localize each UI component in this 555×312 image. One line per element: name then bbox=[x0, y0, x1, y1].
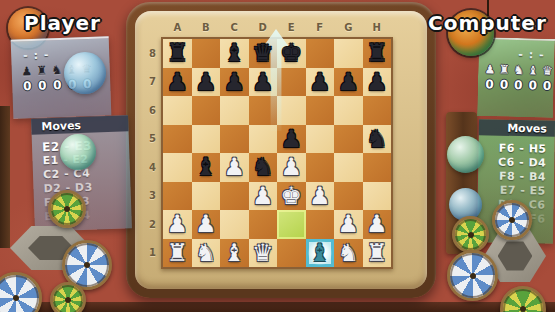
square-b5[interactable] bbox=[192, 125, 221, 154]
square-c8[interactable]: ♝ bbox=[220, 39, 249, 68]
square-f8[interactable] bbox=[306, 39, 335, 68]
square-a3[interactable] bbox=[163, 182, 192, 211]
captured-rook: ♜0 bbox=[35, 64, 50, 92]
rank-label-7: 7 bbox=[146, 68, 159, 97]
white-pawn-icon: ♟ bbox=[280, 155, 302, 179]
captured-knight: ♞0 bbox=[511, 64, 525, 92]
captured-count: 0 bbox=[53, 79, 62, 92]
rank-label-1: 1 bbox=[146, 239, 159, 268]
pinwheel-knob-decor bbox=[48, 190, 86, 228]
square-h6[interactable] bbox=[363, 96, 392, 125]
black-pawn-icon: ♟ bbox=[166, 70, 188, 94]
computer-stats-panel: - : - ♟0♜0♞0♝0♛0 bbox=[477, 37, 555, 118]
square-d8[interactable]: ♛ bbox=[249, 39, 278, 68]
pawn-icon: ♟ bbox=[21, 65, 32, 78]
glass-ball-decor bbox=[60, 134, 96, 170]
black-rook-icon: ♜ bbox=[166, 41, 188, 65]
square-c1[interactable]: ♝ bbox=[220, 239, 249, 268]
bishop-icon: ♝ bbox=[528, 64, 539, 77]
square-b6[interactable] bbox=[192, 96, 221, 125]
black-pawn-icon: ♟ bbox=[309, 70, 331, 94]
square-d1[interactable]: ♛ bbox=[249, 239, 278, 268]
rank-labels: 87654321 bbox=[146, 39, 159, 267]
white-pawn-icon: ♟ bbox=[252, 184, 274, 208]
pinwheel-knob-decor bbox=[50, 282, 86, 312]
rook-icon: ♜ bbox=[499, 64, 510, 77]
captured-count: 0 bbox=[38, 80, 47, 93]
square-e3[interactable]: ♚ bbox=[277, 182, 306, 211]
black-knight-icon: ♞ bbox=[366, 127, 388, 151]
square-d7[interactable]: ♟ bbox=[249, 68, 278, 97]
square-f6[interactable] bbox=[306, 96, 335, 125]
pinwheel-knob-decor bbox=[452, 216, 489, 253]
black-knight-icon: ♞ bbox=[252, 155, 274, 179]
square-e4[interactable]: ♟ bbox=[277, 153, 306, 182]
square-g1[interactable]: ♞ bbox=[334, 239, 363, 268]
square-c6[interactable] bbox=[220, 96, 249, 125]
captured-count: 0 bbox=[528, 79, 537, 92]
black-pawn-icon: ♟ bbox=[366, 70, 388, 94]
pinwheel-knob-decor bbox=[0, 272, 42, 312]
square-g4[interactable] bbox=[334, 153, 363, 182]
square-a5[interactable] bbox=[163, 125, 192, 154]
white-queen-icon: ♛ bbox=[252, 241, 274, 265]
square-d4[interactable]: ♞ bbox=[249, 153, 278, 182]
black-pawn-icon: ♟ bbox=[195, 70, 217, 94]
captured-pawn: ♟0 bbox=[483, 63, 497, 91]
square-f5[interactable] bbox=[306, 125, 335, 154]
black-king-icon: ♚ bbox=[280, 41, 302, 65]
game-screen: Player - : - ♟0♜0♞0♝0♛0 Moves E2 - E3E1 … bbox=[0, 0, 555, 312]
rook-icon: ♜ bbox=[36, 64, 47, 77]
white-pawn-icon: ♟ bbox=[337, 212, 359, 236]
square-a7[interactable]: ♟ bbox=[163, 68, 192, 97]
square-h3[interactable] bbox=[363, 182, 392, 211]
square-h2[interactable]: ♟ bbox=[363, 210, 392, 239]
white-bishop-icon: ♝ bbox=[223, 241, 245, 265]
glass-ball-decor bbox=[64, 52, 106, 94]
rank-label-8: 8 bbox=[146, 39, 159, 68]
captured-pawn: ♟0 bbox=[20, 65, 35, 93]
square-g6[interactable] bbox=[334, 96, 363, 125]
chess-board: ABCDEFGH 87654321 ♜♝♛♚♜♟♟♟♟♟♟♟♟♞♝♟♞♟♟♚♟♟… bbox=[126, 2, 436, 298]
rank-label-5: 5 bbox=[146, 125, 159, 154]
file-label-b: B bbox=[192, 22, 221, 33]
captured-rook: ♜0 bbox=[497, 64, 511, 92]
white-rook-icon: ♜ bbox=[366, 241, 388, 265]
white-bishop-icon: ♝ bbox=[309, 241, 331, 265]
file-label-c: C bbox=[220, 22, 249, 33]
rank-label-6: 6 bbox=[146, 96, 159, 125]
move-entry: F6 - H5 bbox=[488, 142, 546, 157]
square-a2[interactable]: ♟ bbox=[163, 210, 192, 239]
knight-icon: ♞ bbox=[51, 64, 62, 77]
square-h1[interactable]: ♜ bbox=[363, 239, 392, 268]
computer-title: Computer bbox=[428, 11, 547, 35]
black-pawn-icon: ♟ bbox=[223, 70, 245, 94]
white-pawn-icon: ♟ bbox=[195, 212, 217, 236]
square-g2[interactable]: ♟ bbox=[334, 210, 363, 239]
square-b3[interactable] bbox=[192, 182, 221, 211]
square-d2[interactable] bbox=[249, 210, 278, 239]
white-knight-icon: ♞ bbox=[195, 241, 217, 265]
file-label-f: F bbox=[306, 22, 335, 33]
square-e5[interactable]: ♟ bbox=[277, 125, 306, 154]
left-wood-post bbox=[0, 106, 10, 248]
file-label-h: H bbox=[363, 22, 392, 33]
square-a8[interactable]: ♜ bbox=[163, 39, 192, 68]
white-knight-icon: ♞ bbox=[337, 241, 359, 265]
square-c3[interactable] bbox=[220, 182, 249, 211]
square-e2[interactable] bbox=[277, 210, 306, 239]
captured-knight: ♞0 bbox=[50, 64, 65, 92]
square-f3[interactable]: ♟ bbox=[306, 182, 335, 211]
knight-icon: ♞ bbox=[513, 64, 524, 77]
square-a4[interactable] bbox=[163, 153, 192, 182]
captured-bishop: ♝0 bbox=[526, 64, 540, 92]
square-g7[interactable]: ♟ bbox=[334, 68, 363, 97]
square-c4[interactable]: ♟ bbox=[220, 153, 249, 182]
queen-icon: ♛ bbox=[542, 65, 553, 78]
rank-label-2: 2 bbox=[146, 210, 159, 239]
pawn-icon: ♟ bbox=[484, 63, 495, 76]
square-d3[interactable]: ♟ bbox=[249, 182, 278, 211]
file-label-e: E bbox=[277, 22, 306, 33]
square-f4[interactable] bbox=[306, 153, 335, 182]
white-rook-icon: ♜ bbox=[166, 241, 188, 265]
square-g3[interactable] bbox=[334, 182, 363, 211]
captured-count: 0 bbox=[543, 80, 552, 93]
square-c5[interactable] bbox=[220, 125, 249, 154]
square-f1[interactable]: ♝ bbox=[306, 239, 335, 268]
square-h5[interactable]: ♞ bbox=[363, 125, 392, 154]
square-a1[interactable]: ♜ bbox=[163, 239, 192, 268]
rank-label-4: 4 bbox=[146, 153, 159, 182]
square-f7[interactable]: ♟ bbox=[306, 68, 335, 97]
move-entry: C6 - D4 bbox=[488, 156, 546, 171]
white-pawn-icon: ♟ bbox=[166, 212, 188, 236]
pinwheel-knob-decor bbox=[492, 200, 532, 240]
square-c2[interactable] bbox=[220, 210, 249, 239]
computer-moves-header: Moves bbox=[479, 119, 555, 136]
white-pawn-icon: ♟ bbox=[223, 155, 245, 179]
move-entry: F8 - B4 bbox=[488, 170, 546, 185]
square-b7[interactable]: ♟ bbox=[192, 68, 221, 97]
black-pawn-icon: ♟ bbox=[280, 127, 302, 151]
player-title: Player bbox=[24, 11, 101, 35]
square-g5[interactable] bbox=[334, 125, 363, 154]
square-b2[interactable]: ♟ bbox=[192, 210, 221, 239]
black-rook-icon: ♜ bbox=[366, 41, 388, 65]
square-b4[interactable]: ♝ bbox=[192, 153, 221, 182]
file-label-g: G bbox=[334, 22, 363, 33]
square-h7[interactable]: ♟ bbox=[363, 68, 392, 97]
black-bishop-icon: ♝ bbox=[223, 41, 245, 65]
computer-timer: - : - bbox=[478, 47, 544, 62]
square-e8[interactable]: ♚ bbox=[277, 39, 306, 68]
square-h8[interactable]: ♜ bbox=[363, 39, 392, 68]
rank-label-3: 3 bbox=[146, 182, 159, 211]
white-pawn-icon: ♟ bbox=[309, 184, 331, 208]
square-g8[interactable] bbox=[334, 39, 363, 68]
white-king-icon: ♚ bbox=[280, 184, 302, 208]
square-a6[interactable] bbox=[163, 96, 192, 125]
black-pawn-icon: ♟ bbox=[252, 70, 274, 94]
square-e1[interactable] bbox=[277, 239, 306, 268]
pinwheel-knob-decor bbox=[447, 250, 498, 301]
square-b8[interactable] bbox=[192, 39, 221, 68]
black-bishop-icon: ♝ bbox=[195, 155, 217, 179]
move-entry: E7 - E5 bbox=[488, 184, 546, 199]
square-b1[interactable]: ♞ bbox=[192, 239, 221, 268]
captured-count: 0 bbox=[485, 78, 494, 91]
captured-queen: ♛0 bbox=[540, 65, 554, 93]
glass-ball-decor bbox=[447, 136, 484, 173]
pinwheel-knob-decor bbox=[500, 286, 546, 312]
captured-count: 0 bbox=[23, 80, 32, 93]
square-f2[interactable] bbox=[306, 210, 335, 239]
file-label-a: A bbox=[163, 22, 192, 33]
black-pawn-icon: ♟ bbox=[337, 70, 359, 94]
black-queen-icon: ♛ bbox=[252, 41, 274, 65]
file-label-d: D bbox=[249, 22, 278, 33]
captured-count: 0 bbox=[500, 79, 509, 92]
square-c7[interactable]: ♟ bbox=[220, 68, 249, 97]
square-h4[interactable] bbox=[363, 153, 392, 182]
captured-count: 0 bbox=[514, 79, 523, 92]
white-pawn-icon: ♟ bbox=[366, 212, 388, 236]
computer-captured: ♟0♜0♞0♝0♛0 bbox=[483, 63, 555, 93]
